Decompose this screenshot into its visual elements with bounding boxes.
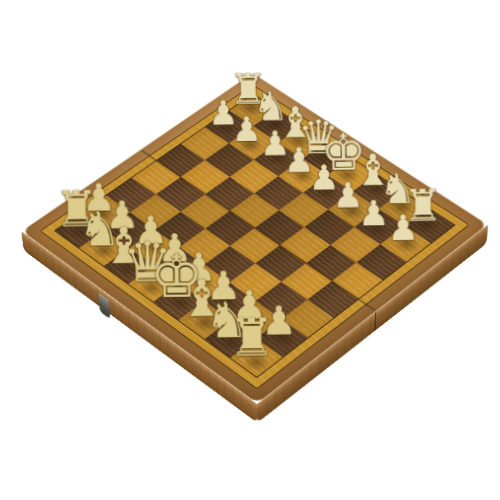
piece-shadow bbox=[109, 256, 146, 282]
piece-shadow bbox=[86, 238, 122, 264]
piece-shadow bbox=[209, 290, 246, 317]
scene: ♜♞♝♛♚♝♞♜♟♟♟♟♟♟♟♟♟♟♟♟♟♟♟♟♜♞♝♛♚♝♞♜ bbox=[0, 0, 500, 500]
chess-board: ♜♞♝♛♚♝♞♜♟♟♟♟♟♟♟♟♟♟♟♟♟♟♟♟♜♞♝♛♚♝♞♜ bbox=[21, 73, 488, 404]
piece-shadow bbox=[234, 309, 271, 336]
piece-shadow bbox=[160, 252, 197, 278]
piece-shadow bbox=[184, 271, 221, 298]
piece-shadow bbox=[133, 275, 170, 302]
piece-shadow bbox=[187, 309, 224, 336]
photograph: ♜♞♝♛♚♝♞♜♟♟♟♟♟♟♟♟♟♟♟♟♟♟♟♟♜♞♝♛♚♝♞♜ bbox=[0, 0, 500, 500]
piece-shadow bbox=[163, 290, 200, 317]
piece-shadow bbox=[136, 234, 172, 260]
piece-shadow bbox=[389, 231, 425, 257]
piece-shadow bbox=[264, 324, 302, 352]
piece-shadow bbox=[212, 328, 250, 356]
piece-shadow bbox=[238, 348, 276, 376]
side-fold-seam bbox=[374, 311, 376, 331]
